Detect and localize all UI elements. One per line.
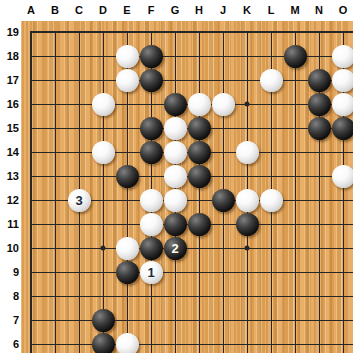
stone-black-F10	[140, 237, 163, 260]
intersection-N17	[307, 68, 331, 92]
intersection-G14	[163, 140, 187, 164]
intersection-D7	[91, 308, 115, 332]
stone-white-E10	[116, 237, 139, 260]
intersection-D6	[91, 332, 115, 353]
intersection-F18	[139, 44, 163, 68]
intersection-J16	[211, 92, 235, 116]
intersection-L17	[259, 68, 283, 92]
column-label-K: K	[235, 0, 259, 20]
intersection-E6	[115, 332, 139, 353]
go-board[interactable]: 321	[19, 20, 353, 353]
column-label-D: D	[91, 0, 115, 20]
row-label-16: 16	[0, 94, 19, 114]
go-board-screenshot: ABCDEFGHJKLMNO 191817161514131211109876 …	[0, 0, 353, 353]
intersection-G10: 2	[163, 236, 187, 260]
stone-black-D7	[92, 309, 115, 332]
intersection-H11	[187, 212, 211, 236]
row-label-18: 18	[0, 46, 19, 66]
intersection-O15	[331, 116, 353, 140]
intersection-F15	[139, 116, 163, 140]
stone-white-K14	[236, 141, 259, 164]
intersection-G15	[163, 116, 187, 140]
stone-black-G11	[164, 213, 187, 236]
stone-black-F14	[140, 141, 163, 164]
stone-black-H14	[188, 141, 211, 164]
row-label-10: 10	[0, 238, 19, 258]
column-label-O: O	[331, 0, 353, 20]
column-label-B: B	[43, 0, 67, 20]
intersection-H13	[187, 164, 211, 188]
intersection-F9: 1	[139, 260, 163, 284]
stone-black-O15	[332, 117, 353, 140]
intersection-O16	[331, 92, 353, 116]
row-label-11: 11	[0, 214, 19, 234]
stone-black-H13	[188, 165, 211, 188]
row-label-8: 8	[0, 286, 19, 306]
stone-white-F9: 1	[140, 261, 163, 284]
stone-white-O13	[332, 165, 353, 188]
stone-white-E18	[116, 45, 139, 68]
intersection-M18	[283, 44, 307, 68]
row-label-7: 7	[0, 310, 19, 330]
column-label-C: C	[67, 0, 91, 20]
column-label-E: E	[115, 0, 139, 20]
intersection-K12	[235, 188, 259, 212]
stone-white-K12	[236, 189, 259, 212]
column-label-G: G	[163, 0, 187, 20]
row-label-14: 14	[0, 142, 19, 162]
intersection-O13	[331, 164, 353, 188]
stone-black-H15	[188, 117, 211, 140]
stone-white-G13	[164, 165, 187, 188]
stone-black-F15	[140, 117, 163, 140]
row-label-13: 13	[0, 166, 19, 186]
stone-white-O18	[332, 45, 353, 68]
stone-black-N16	[308, 93, 331, 116]
intersection-H14	[187, 140, 211, 164]
intersection-E17	[115, 68, 139, 92]
intersection-L12	[259, 188, 283, 212]
intersection-E18	[115, 44, 139, 68]
stone-black-G10: 2	[164, 237, 187, 260]
column-label-N: N	[307, 0, 331, 20]
stone-white-F12	[140, 189, 163, 212]
stone-black-N17	[308, 69, 331, 92]
intersection-C12: 3	[67, 188, 91, 212]
intersection-J12	[211, 188, 235, 212]
row-label-17: 17	[0, 70, 19, 90]
intersection-K11	[235, 212, 259, 236]
intersection-G13	[163, 164, 187, 188]
intersection-G12	[163, 188, 187, 212]
intersection-H15	[187, 116, 211, 140]
intersection-F11	[139, 212, 163, 236]
stone-white-E17	[116, 69, 139, 92]
column-label-F: F	[139, 0, 163, 20]
intersection-E13	[115, 164, 139, 188]
intersection-O17	[331, 68, 353, 92]
stone-white-L17	[260, 69, 283, 92]
stone-white-E6	[116, 333, 139, 353]
intersection-O18	[331, 44, 353, 68]
intersection-F10	[139, 236, 163, 260]
stone-white-O16	[332, 93, 353, 116]
intersection-G11	[163, 212, 187, 236]
stone-white-L12	[260, 189, 283, 212]
stone-white-J16	[212, 93, 235, 116]
stone-black-F18	[140, 45, 163, 68]
stone-black-N15	[308, 117, 331, 140]
stone-white-G15	[164, 117, 187, 140]
stone-black-E9	[116, 261, 139, 284]
intersection-K14	[235, 140, 259, 164]
intersection-E10	[115, 236, 139, 260]
row-label-15: 15	[0, 118, 19, 138]
column-label-J: J	[211, 0, 235, 20]
row-label-12: 12	[0, 190, 19, 210]
stone-black-H11	[188, 213, 211, 236]
stone-white-G14	[164, 141, 187, 164]
row-label-19: 19	[0, 22, 19, 42]
stone-white-F11	[140, 213, 163, 236]
stone-black-E13	[116, 165, 139, 188]
stone-black-K11	[236, 213, 259, 236]
intersection-G16	[163, 92, 187, 116]
stone-black-D6	[92, 333, 115, 353]
stone-black-M18	[284, 45, 307, 68]
stone-white-G12	[164, 189, 187, 212]
column-label-M: M	[283, 0, 307, 20]
column-label-L: L	[259, 0, 283, 20]
column-label-H: H	[187, 0, 211, 20]
intersection-N15	[307, 116, 331, 140]
stone-white-H16	[188, 93, 211, 116]
stone-white-C12: 3	[68, 189, 91, 212]
stone-white-O17	[332, 69, 353, 92]
stone-white-D14	[92, 141, 115, 164]
intersection-H16	[187, 92, 211, 116]
row-label-6: 6	[0, 334, 19, 353]
column-label-A: A	[19, 0, 43, 20]
stone-black-F17	[140, 69, 163, 92]
stone-black-G16	[164, 93, 187, 116]
intersection-F12	[139, 188, 163, 212]
intersection-D14	[91, 140, 115, 164]
intersection-F17	[139, 68, 163, 92]
row-label-9: 9	[0, 262, 19, 282]
stone-white-D16	[92, 93, 115, 116]
intersection-F14	[139, 140, 163, 164]
intersection-D16	[91, 92, 115, 116]
intersection-E9	[115, 260, 139, 284]
intersection-N16	[307, 92, 331, 116]
stone-black-J12	[212, 189, 235, 212]
